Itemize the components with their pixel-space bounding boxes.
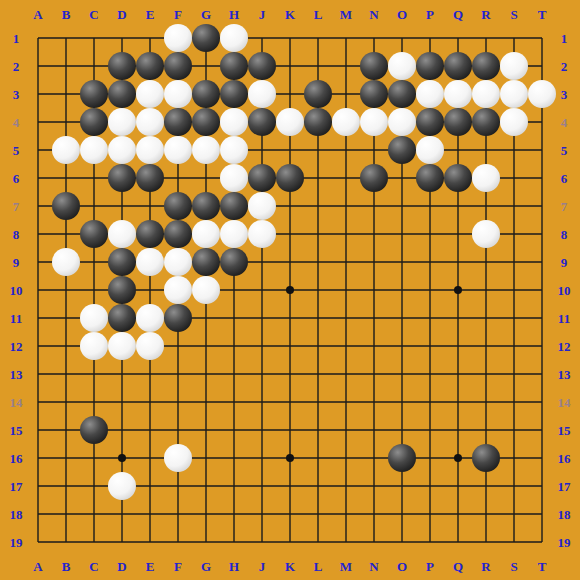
black-stone[interactable] <box>416 52 444 80</box>
black-stone[interactable] <box>304 80 332 108</box>
white-stone[interactable] <box>192 220 220 248</box>
white-stone[interactable] <box>388 108 416 136</box>
column-label-top: G <box>201 7 211 22</box>
black-stone[interactable] <box>304 108 332 136</box>
row-label-right: 2 <box>561 59 568 74</box>
column-label-top: K <box>285 7 296 22</box>
row-label-right: 1 <box>561 31 568 46</box>
black-stone[interactable] <box>80 108 108 136</box>
column-label-top: M <box>340 7 352 22</box>
column-label-bottom: K <box>285 559 296 574</box>
white-stone[interactable] <box>80 332 108 360</box>
row-label-left: 12 <box>10 339 23 354</box>
column-label-bottom: H <box>229 559 239 574</box>
black-stone[interactable] <box>192 248 220 276</box>
row-label-right: 15 <box>558 423 572 438</box>
white-stone[interactable] <box>192 136 220 164</box>
column-label-bottom: D <box>117 559 126 574</box>
star-point <box>286 454 294 462</box>
white-stone[interactable] <box>276 108 304 136</box>
white-stone[interactable] <box>500 108 528 136</box>
row-label-right: 8 <box>561 227 568 242</box>
black-stone[interactable] <box>444 52 472 80</box>
black-stone[interactable] <box>108 276 136 304</box>
row-label-left: 3 <box>13 87 20 102</box>
column-label-top: E <box>146 7 155 22</box>
column-label-top: Q <box>453 7 463 22</box>
column-label-top: S <box>510 7 517 22</box>
row-label-right: 3 <box>561 87 568 102</box>
black-stone[interactable] <box>80 416 108 444</box>
black-stone[interactable] <box>360 80 388 108</box>
black-stone[interactable] <box>136 164 164 192</box>
row-label-right: 6 <box>561 171 568 186</box>
column-label-bottom: F <box>174 559 182 574</box>
row-label-left: 2 <box>13 59 20 74</box>
white-stone[interactable] <box>472 80 500 108</box>
white-stone[interactable] <box>164 248 192 276</box>
white-stone[interactable] <box>136 248 164 276</box>
white-stone[interactable] <box>472 164 500 192</box>
column-label-top: T <box>538 7 547 22</box>
white-stone[interactable] <box>332 108 360 136</box>
white-stone[interactable] <box>220 136 248 164</box>
row-label-left: 11 <box>10 311 22 326</box>
column-label-bottom: J <box>259 559 266 574</box>
black-stone[interactable] <box>108 80 136 108</box>
column-label-top: N <box>369 7 379 22</box>
row-label-right: 18 <box>558 507 572 522</box>
white-stone[interactable] <box>164 444 192 472</box>
black-stone[interactable] <box>164 220 192 248</box>
row-label-left: 17 <box>10 479 24 494</box>
row-label-left: 8 <box>13 227 20 242</box>
column-label-bottom: G <box>201 559 211 574</box>
column-label-top: C <box>89 7 98 22</box>
black-stone[interactable] <box>220 192 248 220</box>
column-label-top: A <box>33 7 43 22</box>
row-label-left: 16 <box>10 451 24 466</box>
black-stone[interactable] <box>108 248 136 276</box>
white-stone[interactable] <box>248 220 276 248</box>
black-stone[interactable] <box>248 108 276 136</box>
black-stone[interactable] <box>192 24 220 52</box>
column-label-bottom: O <box>397 559 407 574</box>
black-stone[interactable] <box>360 52 388 80</box>
white-stone[interactable] <box>136 332 164 360</box>
black-stone[interactable] <box>248 164 276 192</box>
black-stone[interactable] <box>192 80 220 108</box>
black-stone[interactable] <box>248 52 276 80</box>
row-label-left: 10 <box>10 283 23 298</box>
row-label-left: 18 <box>10 507 24 522</box>
row-label-left: 7 <box>13 199 20 214</box>
white-stone[interactable] <box>220 164 248 192</box>
white-stone[interactable] <box>416 80 444 108</box>
black-stone[interactable] <box>416 164 444 192</box>
row-label-right: 19 <box>558 535 572 550</box>
row-label-left: 13 <box>10 367 24 382</box>
black-stone[interactable] <box>164 304 192 332</box>
column-label-bottom: P <box>426 559 434 574</box>
white-stone[interactable] <box>360 108 388 136</box>
column-label-bottom: T <box>538 559 547 574</box>
black-stone[interactable] <box>136 52 164 80</box>
white-stone[interactable] <box>164 80 192 108</box>
black-stone[interactable] <box>472 52 500 80</box>
row-label-left: 1 <box>13 31 20 46</box>
column-label-bottom: S <box>510 559 517 574</box>
row-label-right: 14 <box>558 395 572 410</box>
go-board-canvas[interactable]: AABBCCDDEEFFGGHHJJKKLLMMNNOOPPQQRRSSTT11… <box>0 0 580 580</box>
white-stone[interactable] <box>220 108 248 136</box>
black-stone[interactable] <box>388 80 416 108</box>
white-stone[interactable] <box>108 108 136 136</box>
black-stone[interactable] <box>444 164 472 192</box>
white-stone[interactable] <box>248 192 276 220</box>
column-label-bottom: Q <box>453 559 463 574</box>
row-label-right: 4 <box>561 115 568 130</box>
white-stone[interactable] <box>80 304 108 332</box>
white-stone[interactable] <box>416 136 444 164</box>
column-label-bottom: B <box>62 559 71 574</box>
black-stone[interactable] <box>192 192 220 220</box>
star-point <box>286 286 294 294</box>
white-stone[interactable] <box>108 220 136 248</box>
white-stone[interactable] <box>52 136 80 164</box>
column-label-bottom: L <box>314 559 323 574</box>
white-stone[interactable] <box>108 136 136 164</box>
black-stone[interactable] <box>220 248 248 276</box>
white-stone[interactable] <box>220 24 248 52</box>
white-stone[interactable] <box>164 136 192 164</box>
row-label-left: 14 <box>10 395 24 410</box>
column-label-top: D <box>117 7 126 22</box>
white-stone[interactable] <box>136 108 164 136</box>
column-label-bottom: E <box>146 559 155 574</box>
black-stone[interactable] <box>416 108 444 136</box>
column-label-top: J <box>259 7 266 22</box>
black-stone[interactable] <box>52 192 80 220</box>
row-label-right: 9 <box>561 255 568 270</box>
white-stone[interactable] <box>472 220 500 248</box>
black-stone[interactable] <box>192 108 220 136</box>
white-stone[interactable] <box>136 136 164 164</box>
row-label-left: 4 <box>13 115 20 130</box>
column-label-bottom: M <box>340 559 352 574</box>
black-stone[interactable] <box>108 164 136 192</box>
white-stone[interactable] <box>500 80 528 108</box>
go-board[interactable]: AABBCCDDEEFFGGHHJJKKLLMMNNOOPPQQRRSSTT11… <box>0 0 580 580</box>
black-stone[interactable] <box>164 192 192 220</box>
black-stone[interactable] <box>388 444 416 472</box>
black-stone[interactable] <box>472 108 500 136</box>
row-label-right: 7 <box>561 199 568 214</box>
row-label-right: 10 <box>558 283 571 298</box>
column-label-top: F <box>174 7 182 22</box>
white-stone[interactable] <box>528 80 556 108</box>
column-label-bottom: A <box>33 559 43 574</box>
black-stone[interactable] <box>164 108 192 136</box>
column-label-top: P <box>426 7 434 22</box>
column-label-top: O <box>397 7 407 22</box>
row-label-left: 5 <box>13 143 20 158</box>
row-label-right: 12 <box>558 339 571 354</box>
column-label-top: B <box>62 7 71 22</box>
black-stone[interactable] <box>220 52 248 80</box>
black-stone[interactable] <box>388 136 416 164</box>
column-label-bottom: R <box>481 559 491 574</box>
black-stone[interactable] <box>80 80 108 108</box>
star-point <box>118 454 126 462</box>
white-stone[interactable] <box>136 304 164 332</box>
black-stone[interactable] <box>276 164 304 192</box>
white-stone[interactable] <box>248 80 276 108</box>
row-label-right: 11 <box>558 311 570 326</box>
black-stone[interactable] <box>136 220 164 248</box>
row-label-right: 5 <box>561 143 568 158</box>
column-label-top: H <box>229 7 239 22</box>
white-stone[interactable] <box>136 80 164 108</box>
row-label-right: 17 <box>558 479 572 494</box>
black-stone[interactable] <box>360 164 388 192</box>
black-stone[interactable] <box>164 52 192 80</box>
column-label-bottom: N <box>369 559 379 574</box>
row-label-left: 9 <box>13 255 20 270</box>
white-stone[interactable] <box>108 472 136 500</box>
row-label-right: 13 <box>558 367 572 382</box>
white-stone[interactable] <box>500 52 528 80</box>
column-label-top: L <box>314 7 323 22</box>
row-label-right: 16 <box>558 451 572 466</box>
star-point <box>454 286 462 294</box>
row-label-left: 6 <box>13 171 20 186</box>
white-stone[interactable] <box>52 248 80 276</box>
white-stone[interactable] <box>220 220 248 248</box>
black-stone[interactable] <box>108 52 136 80</box>
white-stone[interactable] <box>164 276 192 304</box>
white-stone[interactable] <box>388 52 416 80</box>
white-stone[interactable] <box>164 24 192 52</box>
column-label-bottom: C <box>89 559 98 574</box>
star-point <box>454 454 462 462</box>
black-stone[interactable] <box>108 304 136 332</box>
white-stone[interactable] <box>192 276 220 304</box>
row-label-left: 19 <box>10 535 24 550</box>
white-stone[interactable] <box>108 332 136 360</box>
white-stone[interactable] <box>80 136 108 164</box>
black-stone[interactable] <box>444 108 472 136</box>
column-label-top: R <box>481 7 491 22</box>
row-label-left: 15 <box>10 423 24 438</box>
black-stone[interactable] <box>220 80 248 108</box>
black-stone[interactable] <box>472 444 500 472</box>
black-stone[interactable] <box>80 220 108 248</box>
white-stone[interactable] <box>444 80 472 108</box>
